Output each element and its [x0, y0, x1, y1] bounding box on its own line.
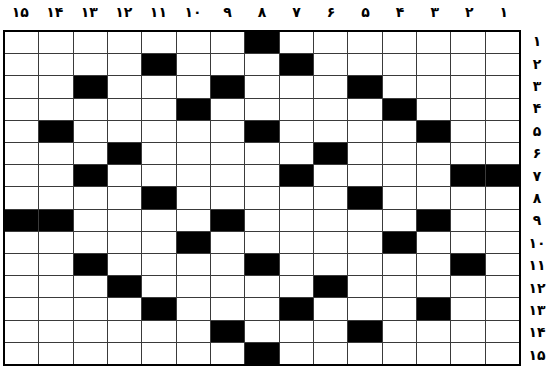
cell-r9c4[interactable] — [108, 210, 141, 231]
column-label: ۱۵ — [3, 5, 38, 25]
cell-r12c11[interactable] — [348, 276, 381, 297]
cell-r2c10[interactable] — [314, 54, 347, 75]
column-label: ۳ — [417, 5, 452, 25]
cell-r2c3[interactable] — [74, 54, 107, 75]
cell-r7c11[interactable] — [348, 165, 381, 186]
cell-r3c13[interactable] — [417, 76, 450, 97]
cell-r9c5[interactable] — [142, 210, 175, 231]
cell-r5c7[interactable] — [211, 121, 244, 142]
cell-r11c9[interactable] — [280, 254, 313, 275]
cell-r12c9[interactable] — [280, 276, 313, 297]
cell-r1c5[interactable] — [142, 32, 175, 53]
cell-r13c10[interactable] — [314, 298, 347, 319]
row-label: ۱۵ — [521, 344, 553, 366]
cell-r15c3[interactable] — [74, 343, 107, 364]
block-cell-r7c9 — [280, 165, 313, 186]
cell-r4c7[interactable] — [211, 99, 244, 120]
row-label: ۸ — [521, 187, 553, 209]
cell-r10c1[interactable] — [5, 232, 38, 253]
row-label: ۱۳ — [521, 299, 553, 321]
cell-r10c4[interactable] — [108, 232, 141, 253]
cell-r5c14[interactable] — [451, 121, 484, 142]
cell-r7c1[interactable] — [5, 165, 38, 186]
cell-r15c14[interactable] — [451, 343, 484, 364]
cell-r6c6[interactable] — [177, 143, 210, 164]
cell-r5c10[interactable] — [314, 121, 347, 142]
cell-r4c3[interactable] — [74, 99, 107, 120]
cell-r12c7[interactable] — [211, 276, 244, 297]
cell-r13c14[interactable] — [451, 298, 484, 319]
cell-r6c11[interactable] — [348, 143, 381, 164]
cell-r10c7[interactable] — [211, 232, 244, 253]
cell-r8c4[interactable] — [108, 187, 141, 208]
block-cell-r15c8 — [245, 343, 278, 364]
cell-r12c12[interactable] — [383, 276, 416, 297]
cell-r2c13[interactable] — [417, 54, 450, 75]
cell-r3c14[interactable] — [451, 76, 484, 97]
block-cell-r2c5 — [142, 54, 175, 75]
cell-r6c14[interactable] — [451, 143, 484, 164]
cell-r1c4[interactable] — [108, 32, 141, 53]
cell-r8c3[interactable] — [74, 187, 107, 208]
column-label: ۱۲ — [107, 5, 142, 25]
cell-r14c10[interactable] — [314, 321, 347, 342]
cell-r1c15[interactable] — [486, 32, 519, 53]
cell-r1c10[interactable] — [314, 32, 347, 53]
cell-r3c15[interactable] — [486, 76, 519, 97]
cell-r14c14[interactable] — [451, 321, 484, 342]
cell-r9c14[interactable] — [451, 210, 484, 231]
column-label: ۱۰ — [176, 5, 211, 25]
cell-r13c3[interactable] — [74, 298, 107, 319]
cell-r2c14[interactable] — [451, 54, 484, 75]
block-cell-r11c14 — [451, 254, 484, 275]
cell-r14c2[interactable] — [39, 321, 72, 342]
column-label: ۲ — [452, 5, 487, 25]
block-cell-r5c2 — [39, 121, 72, 142]
block-cell-r13c5 — [142, 298, 175, 319]
column-label: ۱ — [486, 5, 521, 25]
cell-r10c2[interactable] — [39, 232, 72, 253]
cell-r4c14[interactable] — [451, 99, 484, 120]
column-label: ۵ — [348, 5, 383, 25]
cell-r11c2[interactable] — [39, 254, 72, 275]
cell-r11c1[interactable] — [5, 254, 38, 275]
row-label: ۱ — [521, 30, 553, 52]
cell-r3c10[interactable] — [314, 76, 347, 97]
crossword-board — [3, 30, 521, 366]
crossword-page: ۱۵۱۴۱۳۱۲۱۱۱۰۹۸۷۶۵۴۳۲۱ ۱۲۳۴۵۶۷۸۹۱۰۱۱۱۲۱۳۱… — [0, 0, 555, 370]
column-label: ۷ — [279, 5, 314, 25]
cell-r5c6[interactable] — [177, 121, 210, 142]
cell-r4c15[interactable] — [486, 99, 519, 120]
block-cell-r3c7 — [211, 76, 244, 97]
cell-r13c6[interactable] — [177, 298, 210, 319]
cell-r12c2[interactable] — [39, 276, 72, 297]
cell-r9c6[interactable] — [177, 210, 210, 231]
cell-r11c11[interactable] — [348, 254, 381, 275]
cell-r12c8[interactable] — [245, 276, 278, 297]
cell-r12c13[interactable] — [417, 276, 450, 297]
cell-r6c7[interactable] — [211, 143, 244, 164]
cell-r2c4[interactable] — [108, 54, 141, 75]
cell-r7c13[interactable] — [417, 165, 450, 186]
cell-r7c4[interactable] — [108, 165, 141, 186]
cell-r12c3[interactable] — [74, 276, 107, 297]
cell-r6c1[interactable] — [5, 143, 38, 164]
cell-r2c8[interactable] — [245, 54, 278, 75]
cell-r2c6[interactable] — [177, 54, 210, 75]
cell-r2c11[interactable] — [348, 54, 381, 75]
cell-r12c14[interactable] — [451, 276, 484, 297]
cell-r8c8[interactable] — [245, 187, 278, 208]
row-label: ۲ — [521, 52, 553, 74]
cell-r1c6[interactable] — [177, 32, 210, 53]
block-cell-r7c3 — [74, 165, 107, 186]
cell-r11c13[interactable] — [417, 254, 450, 275]
cell-r10c15[interactable] — [486, 232, 519, 253]
cell-r4c10[interactable] — [314, 99, 347, 120]
block-cell-r6c4 — [108, 143, 141, 164]
cell-r15c5[interactable] — [142, 343, 175, 364]
cell-r4c4[interactable] — [108, 99, 141, 120]
cell-r9c12[interactable] — [383, 210, 416, 231]
cell-r10c11[interactable] — [348, 232, 381, 253]
block-cell-r2c9 — [280, 54, 313, 75]
row-label: ۱۰ — [521, 232, 553, 254]
cell-r5c4[interactable] — [108, 121, 141, 142]
block-cell-r11c8 — [245, 254, 278, 275]
row-label: ۳ — [521, 75, 553, 97]
cell-r7c6[interactable] — [177, 165, 210, 186]
cell-r6c13[interactable] — [417, 143, 450, 164]
cell-r2c2[interactable] — [39, 54, 72, 75]
block-cell-r4c6 — [177, 99, 210, 120]
row-label: ۷ — [521, 164, 553, 186]
block-cell-r14c7 — [211, 321, 244, 342]
cell-r15c4[interactable] — [108, 343, 141, 364]
block-cell-r9c7 — [211, 210, 244, 231]
column-label: ۱۴ — [38, 5, 73, 25]
cell-r7c2[interactable] — [39, 165, 72, 186]
cell-r9c3[interactable] — [74, 210, 107, 231]
cell-r3c12[interactable] — [383, 76, 416, 97]
cell-r14c5[interactable] — [142, 321, 175, 342]
cell-r4c11[interactable] — [348, 99, 381, 120]
cell-r15c1[interactable] — [5, 343, 38, 364]
block-cell-r13c9 — [280, 298, 313, 319]
cell-r7c8[interactable] — [245, 165, 278, 186]
block-cell-r10c12 — [383, 232, 416, 253]
column-label: ۱۱ — [141, 5, 176, 25]
cell-r12c5[interactable] — [142, 276, 175, 297]
row-label: ۶ — [521, 142, 553, 164]
cell-r11c5[interactable] — [142, 254, 175, 275]
row-label: ۴ — [521, 97, 553, 119]
cell-r2c7[interactable] — [211, 54, 244, 75]
cell-r13c12[interactable] — [383, 298, 416, 319]
cell-r8c9[interactable] — [280, 187, 313, 208]
column-labels: ۱۵۱۴۱۳۱۲۱۱۱۰۹۸۷۶۵۴۳۲۱ — [3, 0, 521, 30]
cell-r3c5[interactable] — [142, 76, 175, 97]
cell-r5c1[interactable] — [5, 121, 38, 142]
cell-r10c13[interactable] — [417, 232, 450, 253]
cell-r9c8[interactable] — [245, 210, 278, 231]
block-cell-r4c12 — [383, 99, 416, 120]
cell-r5c3[interactable] — [74, 121, 107, 142]
cell-r13c15[interactable] — [486, 298, 519, 319]
cell-r14c13[interactable] — [417, 321, 450, 342]
cell-r8c1[interactable] — [5, 187, 38, 208]
cell-r8c12[interactable] — [383, 187, 416, 208]
cell-r15c12[interactable] — [383, 343, 416, 364]
block-cell-r1c8 — [245, 32, 278, 53]
cell-r5c15[interactable] — [486, 121, 519, 142]
row-label: ۱۲ — [521, 276, 553, 298]
cell-r7c7[interactable] — [211, 165, 244, 186]
cell-r8c2[interactable] — [39, 187, 72, 208]
column-label: ۸ — [245, 5, 280, 25]
cell-r14c6[interactable] — [177, 321, 210, 342]
cell-r8c6[interactable] — [177, 187, 210, 208]
cell-r11c7[interactable] — [211, 254, 244, 275]
cell-r13c4[interactable] — [108, 298, 141, 319]
block-cell-r10c6 — [177, 232, 210, 253]
cell-r6c9[interactable] — [280, 143, 313, 164]
cell-r4c1[interactable] — [5, 99, 38, 120]
block-cell-r14c11 — [348, 321, 381, 342]
cell-r13c1[interactable] — [5, 298, 38, 319]
cell-r14c3[interactable] — [74, 321, 107, 342]
row-label: ۹ — [521, 209, 553, 231]
cell-r15c13[interactable] — [417, 343, 450, 364]
cell-r9c10[interactable] — [314, 210, 347, 231]
cell-r2c15[interactable] — [486, 54, 519, 75]
cell-r11c15[interactable] — [486, 254, 519, 275]
cell-r14c8[interactable] — [245, 321, 278, 342]
cell-r4c2[interactable] — [39, 99, 72, 120]
cell-r8c14[interactable] — [451, 187, 484, 208]
block-cell-r3c3 — [74, 76, 107, 97]
block-cell-r9c2 — [39, 210, 72, 231]
cell-r13c7[interactable] — [211, 298, 244, 319]
cell-r1c7[interactable] — [211, 32, 244, 53]
block-cell-r9c13 — [417, 210, 450, 231]
row-labels: ۱۲۳۴۵۶۷۸۹۱۰۱۱۱۲۱۳۱۴۱۵ — [521, 30, 553, 366]
cell-r1c12[interactable] — [383, 32, 416, 53]
cell-r10c14[interactable] — [451, 232, 484, 253]
cell-r8c7[interactable] — [211, 187, 244, 208]
cell-r15c15[interactable] — [486, 343, 519, 364]
cell-r14c1[interactable] — [5, 321, 38, 342]
column-label: ۴ — [383, 5, 418, 25]
cell-r1c11[interactable] — [348, 32, 381, 53]
cell-r14c9[interactable] — [280, 321, 313, 342]
cell-r13c8[interactable] — [245, 298, 278, 319]
cell-r10c3[interactable] — [74, 232, 107, 253]
block-cell-r12c10 — [314, 276, 347, 297]
cell-r5c5[interactable] — [142, 121, 175, 142]
cell-r6c15[interactable] — [486, 143, 519, 164]
cell-r14c12[interactable] — [383, 321, 416, 342]
cell-r1c1[interactable] — [5, 32, 38, 53]
cell-r11c6[interactable] — [177, 254, 210, 275]
cell-r14c4[interactable] — [108, 321, 141, 342]
cell-r7c12[interactable] — [383, 165, 416, 186]
cell-r3c9[interactable] — [280, 76, 313, 97]
cell-r3c8[interactable] — [245, 76, 278, 97]
cell-r4c8[interactable] — [245, 99, 278, 120]
block-cell-r7c14 — [451, 165, 484, 186]
cell-r12c15[interactable] — [486, 276, 519, 297]
cell-r3c2[interactable] — [39, 76, 72, 97]
cell-r4c13[interactable] — [417, 99, 450, 120]
block-cell-r9c1 — [5, 210, 38, 231]
block-cell-r13c13 — [417, 298, 450, 319]
block-cell-r3c11 — [348, 76, 381, 97]
cell-r15c2[interactable] — [39, 343, 72, 364]
cell-r11c12[interactable] — [383, 254, 416, 275]
cell-r12c1[interactable] — [5, 276, 38, 297]
cell-r9c15[interactable] — [486, 210, 519, 231]
cell-r4c5[interactable] — [142, 99, 175, 120]
cell-r1c3[interactable] — [74, 32, 107, 53]
cell-r5c11[interactable] — [348, 121, 381, 142]
cell-r6c12[interactable] — [383, 143, 416, 164]
cell-r5c9[interactable] — [280, 121, 313, 142]
cell-r8c13[interactable] — [417, 187, 450, 208]
cell-r2c1[interactable] — [5, 54, 38, 75]
cell-r15c6[interactable] — [177, 343, 210, 364]
cell-r7c10[interactable] — [314, 165, 347, 186]
cell-r15c10[interactable] — [314, 343, 347, 364]
cell-r10c9[interactable] — [280, 232, 313, 253]
row-label: ۱۱ — [521, 254, 553, 276]
cell-r10c8[interactable] — [245, 232, 278, 253]
cell-r13c11[interactable] — [348, 298, 381, 319]
cell-r3c1[interactable] — [5, 76, 38, 97]
cell-r10c10[interactable] — [314, 232, 347, 253]
cell-r4c9[interactable] — [280, 99, 313, 120]
cell-r9c9[interactable] — [280, 210, 313, 231]
cell-r15c9[interactable] — [280, 343, 313, 364]
block-cell-r8c5 — [142, 187, 175, 208]
cell-r3c4[interactable] — [108, 76, 141, 97]
cell-r1c9[interactable] — [280, 32, 313, 53]
cell-r6c3[interactable] — [74, 143, 107, 164]
cell-r14c15[interactable] — [486, 321, 519, 342]
cell-r15c7[interactable] — [211, 343, 244, 364]
cell-r8c15[interactable] — [486, 187, 519, 208]
cell-r2c12[interactable] — [383, 54, 416, 75]
cell-r1c2[interactable] — [39, 32, 72, 53]
column-label: ۱۳ — [72, 5, 107, 25]
cell-r6c5[interactable] — [142, 143, 175, 164]
cell-r11c10[interactable] — [314, 254, 347, 275]
column-label: ۹ — [210, 5, 245, 25]
cell-r6c8[interactable] — [245, 143, 278, 164]
block-cell-r5c13 — [417, 121, 450, 142]
row-label: ۱۴ — [521, 321, 553, 343]
cell-r11c4[interactable] — [108, 254, 141, 275]
column-label: ۶ — [314, 5, 349, 25]
block-cell-r7c15 — [486, 165, 519, 186]
cell-r10c5[interactable] — [142, 232, 175, 253]
cell-r13c2[interactable] — [39, 298, 72, 319]
block-cell-r11c3 — [74, 254, 107, 275]
cell-r9c11[interactable] — [348, 210, 381, 231]
block-cell-r12c4 — [108, 276, 141, 297]
cell-r1c14[interactable] — [451, 32, 484, 53]
block-cell-r8c11 — [348, 187, 381, 208]
cell-r3c6[interactable] — [177, 76, 210, 97]
row-label: ۵ — [521, 120, 553, 142]
cell-r6c2[interactable] — [39, 143, 72, 164]
cell-r5c12[interactable] — [383, 121, 416, 142]
cell-r15c11[interactable] — [348, 343, 381, 364]
cell-r1c13[interactable] — [417, 32, 450, 53]
block-cell-r5c8 — [245, 121, 278, 142]
cell-r12c6[interactable] — [177, 276, 210, 297]
cell-r8c10[interactable] — [314, 187, 347, 208]
cell-r7c5[interactable] — [142, 165, 175, 186]
block-cell-r6c10 — [314, 143, 347, 164]
